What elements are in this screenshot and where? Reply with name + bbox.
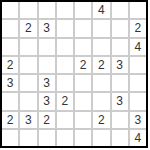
empty-cell[interactable]	[2, 39, 18, 55]
empty-cell[interactable]	[75, 39, 91, 55]
clue-cell[interactable]: 3	[130, 112, 146, 128]
empty-cell[interactable]	[20, 130, 36, 146]
empty-cell[interactable]	[112, 112, 128, 128]
empty-cell[interactable]	[20, 93, 36, 109]
empty-cell[interactable]	[130, 57, 146, 73]
empty-cell[interactable]	[57, 39, 73, 55]
clue-cell[interactable]: 3	[20, 112, 36, 128]
empty-cell[interactable]	[75, 130, 91, 146]
clue-cell[interactable]: 3	[112, 93, 128, 109]
empty-cell[interactable]	[2, 93, 18, 109]
empty-cell[interactable]	[130, 93, 146, 109]
empty-cell[interactable]	[93, 75, 109, 91]
clue-cell[interactable]: 3	[112, 57, 128, 73]
empty-cell[interactable]	[20, 75, 36, 91]
empty-cell[interactable]	[112, 39, 128, 55]
clue-cell[interactable]: 4	[130, 130, 146, 146]
empty-cell[interactable]	[39, 39, 55, 55]
clue-cell[interactable]: 2	[20, 20, 36, 36]
clue-cell[interactable]: 2	[93, 112, 109, 128]
clue-cell[interactable]: 4	[93, 2, 109, 18]
empty-cell[interactable]	[57, 20, 73, 36]
puzzle-board: 42324222333323232234	[0, 0, 148, 148]
empty-cell[interactable]	[20, 2, 36, 18]
empty-cell[interactable]	[112, 75, 128, 91]
clue-cell[interactable]: 3	[2, 75, 18, 91]
clue-cell[interactable]: 3	[39, 75, 55, 91]
empty-cell[interactable]	[20, 39, 36, 55]
empty-cell[interactable]	[57, 112, 73, 128]
empty-cell[interactable]	[130, 75, 146, 91]
clue-cell[interactable]: 2	[2, 112, 18, 128]
empty-cell[interactable]	[39, 57, 55, 73]
empty-cell[interactable]	[93, 130, 109, 146]
empty-cell[interactable]	[39, 2, 55, 18]
empty-cell[interactable]	[75, 2, 91, 18]
clue-cell[interactable]: 4	[130, 39, 146, 55]
empty-cell[interactable]	[112, 20, 128, 36]
empty-cell[interactable]	[57, 75, 73, 91]
empty-cell[interactable]	[20, 57, 36, 73]
empty-cell[interactable]	[57, 57, 73, 73]
clue-cell[interactable]: 2	[130, 20, 146, 36]
empty-cell[interactable]	[2, 2, 18, 18]
empty-cell[interactable]	[75, 112, 91, 128]
empty-cell[interactable]	[2, 130, 18, 146]
clue-cell[interactable]: 2	[93, 57, 109, 73]
empty-cell[interactable]	[39, 130, 55, 146]
empty-cell[interactable]	[2, 20, 18, 36]
empty-cell[interactable]	[75, 75, 91, 91]
puzzle-screen: 42324222333323232234	[0, 0, 150, 150]
empty-cell[interactable]	[112, 130, 128, 146]
empty-cell[interactable]	[57, 2, 73, 18]
empty-cell[interactable]	[130, 2, 146, 18]
empty-cell[interactable]	[57, 130, 73, 146]
clue-cell[interactable]: 2	[39, 112, 55, 128]
empty-cell[interactable]	[75, 93, 91, 109]
empty-cell[interactable]	[75, 20, 91, 36]
empty-cell[interactable]	[112, 2, 128, 18]
empty-cell[interactable]	[93, 20, 109, 36]
clue-cell[interactable]: 3	[39, 93, 55, 109]
clue-cell[interactable]: 3	[39, 20, 55, 36]
clue-cell[interactable]: 2	[2, 57, 18, 73]
clue-cell[interactable]: 2	[57, 93, 73, 109]
empty-cell[interactable]	[93, 39, 109, 55]
clue-cell[interactable]: 2	[75, 57, 91, 73]
empty-cell[interactable]	[93, 93, 109, 109]
